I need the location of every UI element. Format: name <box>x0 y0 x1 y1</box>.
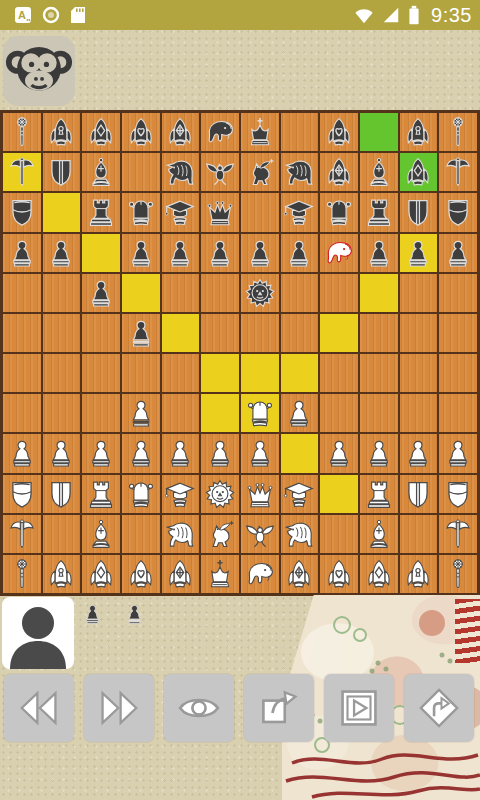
eye-button[interactable] <box>164 674 234 742</box>
piece-black-copper-icon <box>84 115 118 149</box>
piece-white-dragonhorse-icon <box>124 477 158 511</box>
square-r11c12[interactable] <box>438 514 478 554</box>
square-r6c1[interactable] <box>2 313 42 353</box>
square-r10c12[interactable] <box>438 474 478 514</box>
square-r9c9[interactable] <box>319 433 359 473</box>
square-r11c11[interactable] <box>399 514 439 554</box>
square-r1c4[interactable] <box>121 112 161 152</box>
square-r11c8[interactable] <box>280 514 320 554</box>
square-r5c4[interactable] <box>121 273 161 313</box>
square-r6c4[interactable] <box>121 313 161 353</box>
piece-black-bishop-icon <box>362 155 396 189</box>
piece-black-king-icon <box>243 115 277 149</box>
piece-white-bishop-icon <box>84 517 118 551</box>
piece-black-leopard-icon <box>44 115 78 149</box>
piece-white-leopard-icon <box>401 557 435 591</box>
square-r10c10[interactable] <box>359 474 399 514</box>
square-r12c8[interactable] <box>280 554 320 594</box>
square-r1c3[interactable] <box>81 112 121 152</box>
square-r8c1[interactable] <box>2 393 42 433</box>
square-r10c1[interactable] <box>2 474 42 514</box>
captured-pieces-tray <box>80 599 147 629</box>
piece-white-silver-icon <box>124 557 158 591</box>
piece-black-leopard-icon <box>401 115 435 149</box>
square-r12c2[interactable] <box>42 554 82 594</box>
piece-white-copper-icon <box>362 557 396 591</box>
piece-black-tiger-icon <box>163 155 197 189</box>
square-r2c9[interactable] <box>319 152 359 192</box>
square-r5c2[interactable] <box>42 273 82 313</box>
piece-black-gobetween-icon <box>124 316 158 350</box>
square-r7c8[interactable] <box>280 353 320 393</box>
square-r2c6[interactable] <box>200 152 240 192</box>
piece-white-rook-icon <box>362 477 396 511</box>
square-r11c4[interactable] <box>121 514 161 554</box>
monkey-icon <box>3 36 75 106</box>
export-icon <box>256 685 302 731</box>
square-r7c2[interactable] <box>42 353 82 393</box>
square-r7c10[interactable] <box>359 353 399 393</box>
square-r12c1[interactable] <box>2 554 42 594</box>
piece-black-silver-icon <box>322 115 356 149</box>
square-r2c10[interactable] <box>359 152 399 192</box>
piece-white-chariot-icon <box>441 517 475 551</box>
square-r6c9[interactable] <box>319 313 359 353</box>
piece-white-pawn-icon <box>84 436 118 470</box>
piece-white-pawn-icon <box>5 436 39 470</box>
square-r9c11[interactable] <box>399 433 439 473</box>
square-r6c12[interactable] <box>438 313 478 353</box>
square-r8c3[interactable] <box>81 393 121 433</box>
fast-forward-icon <box>96 685 142 731</box>
square-r7c6[interactable] <box>200 353 240 393</box>
square-r5c5[interactable] <box>161 273 201 313</box>
piece-black-rook-icon <box>84 195 118 229</box>
piece-black-pawn-icon <box>124 236 158 270</box>
square-r12c9[interactable] <box>319 554 359 594</box>
square-r5c7[interactable] <box>240 273 280 313</box>
square-r12c3[interactable] <box>81 554 121 594</box>
square-r4c5[interactable] <box>161 233 201 273</box>
square-r8c6[interactable] <box>200 393 240 433</box>
play-box-icon <box>336 685 382 731</box>
piece-white-gobetween-icon <box>124 396 158 430</box>
square-r5c12[interactable] <box>438 273 478 313</box>
square-r2c8[interactable] <box>280 152 320 192</box>
square-r5c8[interactable] <box>280 273 320 313</box>
square-r6c7[interactable] <box>240 313 280 353</box>
square-r9c3[interactable] <box>81 433 121 473</box>
rewind-icon <box>16 685 62 731</box>
piece-white-pawn-icon <box>282 396 316 430</box>
piece-white-pawn-icon <box>322 436 356 470</box>
piece-white-tiger-icon <box>282 517 316 551</box>
square-r10c6[interactable] <box>200 474 240 514</box>
piece-black-pawn-icon <box>84 276 118 310</box>
piece-black-vertmover-icon <box>44 155 78 189</box>
piece-white-pawn-icon <box>362 436 396 470</box>
square-r8c8[interactable] <box>280 393 320 433</box>
square-r11c5[interactable] <box>161 514 201 554</box>
square-r1c11[interactable] <box>399 112 439 152</box>
square-r4c11[interactable] <box>399 233 439 273</box>
piece-white-pawn-icon <box>163 436 197 470</box>
piece-white-queen-icon <box>243 477 277 511</box>
sd-card-icon <box>70 6 86 24</box>
toolbar <box>0 674 480 742</box>
piece-black-gold-icon <box>322 155 356 189</box>
square-r3c3[interactable] <box>81 192 121 232</box>
piece-white-pawn-icon <box>401 436 435 470</box>
piece-white-rook-icon <box>84 477 118 511</box>
square-r4c3[interactable] <box>81 233 121 273</box>
square-r4c12[interactable] <box>438 233 478 273</box>
square-r12c7[interactable] <box>240 554 280 594</box>
square-r3c9[interactable] <box>319 192 359 232</box>
piece-white-elephant-promoted-icon <box>322 236 356 270</box>
piece-black-vertmover-icon <box>401 195 435 229</box>
square-r1c9[interactable] <box>319 112 359 152</box>
square-r4c2[interactable] <box>42 233 82 273</box>
battery-icon <box>407 4 421 26</box>
square-r1c7[interactable] <box>240 112 280 152</box>
piece-black-gold-icon <box>163 115 197 149</box>
svg-text:A: A <box>18 9 26 21</box>
square-r4c6[interactable] <box>200 233 240 273</box>
piece-white-gold-icon <box>282 557 316 591</box>
piece-black-dragonhorse-icon <box>124 195 158 229</box>
square-r5c6[interactable] <box>200 273 240 313</box>
piece-black-queen-icon <box>203 195 237 229</box>
piece-white-vertmover-icon <box>44 477 78 511</box>
square-r3c2[interactable] <box>42 192 82 232</box>
variation-button[interactable] <box>404 674 474 742</box>
piece-white-tiger-icon <box>163 517 197 551</box>
square-r6c5[interactable] <box>161 313 201 353</box>
square-r6c6[interactable] <box>200 313 240 353</box>
square-r1c12[interactable] <box>438 112 478 152</box>
cell-signal-icon <box>381 5 401 25</box>
piece-white-pawn-icon <box>44 436 78 470</box>
square-r7c5[interactable] <box>161 353 201 393</box>
piece-white-sidemover-icon <box>5 477 39 511</box>
piece-black-dragonhorse-icon <box>322 195 356 229</box>
square-r6c3[interactable] <box>81 313 121 353</box>
square-r11c10[interactable] <box>359 514 399 554</box>
piece-white-bishop-icon <box>362 517 396 551</box>
square-r3c7[interactable] <box>240 192 280 232</box>
square-r9c10[interactable] <box>359 433 399 473</box>
piece-white-king-icon <box>203 557 237 591</box>
piece-black-pawn-icon <box>5 236 39 270</box>
record-circle-icon <box>42 6 60 24</box>
square-r11c3[interactable] <box>81 514 121 554</box>
square-r12c11[interactable] <box>399 554 439 594</box>
piece-black-sidemover-icon <box>5 195 39 229</box>
piece-black-lion-icon <box>243 276 277 310</box>
square-r3c6[interactable] <box>200 192 240 232</box>
square-r10c9[interactable] <box>319 474 359 514</box>
piece-white-dragonhorse-icon <box>243 396 277 430</box>
piece-black-lance-icon <box>441 115 475 149</box>
square-r8c7[interactable] <box>240 393 280 433</box>
piece-white-chariot-icon <box>5 517 39 551</box>
piece-white-pawn-icon <box>203 436 237 470</box>
square-r11c1[interactable] <box>2 514 42 554</box>
piece-white-sidemover-icon <box>441 477 475 511</box>
square-r8c5[interactable] <box>161 393 201 433</box>
square-r2c12[interactable] <box>438 152 478 192</box>
piece-black-kirin-icon <box>243 155 277 189</box>
square-r3c10[interactable] <box>359 192 399 232</box>
square-r11c9[interactable] <box>319 514 359 554</box>
wifi-icon <box>353 5 375 25</box>
square-r5c11[interactable] <box>399 273 439 313</box>
piece-black-chariot-icon <box>441 155 475 189</box>
piece-black-bishop-icon <box>84 155 118 189</box>
square-r1c8[interactable] <box>280 112 320 152</box>
square-r2c7[interactable] <box>240 152 280 192</box>
square-r3c11[interactable] <box>399 192 439 232</box>
piece-black-pawn-icon <box>44 236 78 270</box>
square-r4c8[interactable] <box>280 233 320 273</box>
piece-white-lance-icon <box>5 557 39 591</box>
piece-black-silver-icon <box>124 115 158 149</box>
piece-black-tiger-icon <box>282 155 316 189</box>
piece-white-elephant-icon <box>243 557 277 591</box>
piece-white-lion-icon <box>203 477 237 511</box>
square-r2c1[interactable] <box>2 152 42 192</box>
square-r4c9[interactable] <box>319 233 359 273</box>
square-r2c3[interactable] <box>81 152 121 192</box>
piece-black-pawn-icon <box>282 236 316 270</box>
piece-black-pawn-icon <box>163 236 197 270</box>
square-r2c2[interactable] <box>42 152 82 192</box>
square-r9c6[interactable] <box>200 433 240 473</box>
square-r6c10[interactable] <box>359 313 399 353</box>
rewind-button[interactable] <box>4 674 74 742</box>
piece-black-elephant-icon <box>203 115 237 149</box>
square-r12c10[interactable] <box>359 554 399 594</box>
square-r4c7[interactable] <box>240 233 280 273</box>
piece-white-gold-icon <box>163 557 197 591</box>
square-r11c6[interactable] <box>200 514 240 554</box>
piece-black-dragonking-icon <box>282 195 316 229</box>
piece-white-pawn-icon <box>441 436 475 470</box>
square-r1c10[interactable] <box>359 112 399 152</box>
captured-piece[interactable] <box>122 599 147 629</box>
piece-white-dragonking-icon <box>282 477 316 511</box>
square-r7c4[interactable] <box>121 353 161 393</box>
piece-black-dragonking-icon <box>163 195 197 229</box>
square-r5c9[interactable] <box>319 273 359 313</box>
square-r12c5[interactable] <box>161 554 201 594</box>
square-r6c8[interactable] <box>280 313 320 353</box>
piece-black-pawn-icon <box>362 236 396 270</box>
square-r3c8[interactable] <box>280 192 320 232</box>
piece-black-pawn-icon <box>80 599 105 629</box>
piece-black-gobetween-icon <box>122 599 147 629</box>
app-logo[interactable] <box>3 36 75 106</box>
square-r11c2[interactable] <box>42 514 82 554</box>
square-r9c2[interactable] <box>42 433 82 473</box>
square-r12c4[interactable] <box>121 554 161 594</box>
piece-black-chariot-icon <box>5 155 39 189</box>
eye-icon <box>176 685 222 731</box>
piece-black-pawn-icon <box>441 236 475 270</box>
player-avatar[interactable] <box>2 597 74 669</box>
square-r9c4[interactable] <box>121 433 161 473</box>
square-r4c4[interactable] <box>121 233 161 273</box>
square-r9c8[interactable] <box>280 433 320 473</box>
square-r4c1[interactable] <box>2 233 42 273</box>
square-r2c5[interactable] <box>161 152 201 192</box>
square-r10c3[interactable] <box>81 474 121 514</box>
square-r3c12[interactable] <box>438 192 478 232</box>
export-button[interactable] <box>244 674 314 742</box>
piece-white-silver-icon <box>322 557 356 591</box>
square-r3c4[interactable] <box>121 192 161 232</box>
status-bar: A 9:35 <box>0 0 480 30</box>
square-r7c7[interactable] <box>240 353 280 393</box>
square-r7c9[interactable] <box>319 353 359 393</box>
play-button[interactable] <box>324 674 394 742</box>
square-r7c3[interactable] <box>81 353 121 393</box>
piece-white-dragonking-icon <box>163 477 197 511</box>
square-r9c7[interactable] <box>240 433 280 473</box>
clock-time: 9:35 <box>431 4 472 27</box>
square-r9c5[interactable] <box>161 433 201 473</box>
square-r6c2[interactable] <box>42 313 82 353</box>
piece-black-pawn-icon <box>203 236 237 270</box>
square-r8c12[interactable] <box>438 393 478 433</box>
striped-fabric <box>455 599 480 663</box>
piece-white-phoenix-icon <box>243 517 277 551</box>
turn-right-diamond-icon <box>416 685 462 731</box>
square-r10c7[interactable] <box>240 474 280 514</box>
square-r10c2[interactable] <box>42 474 82 514</box>
square-r1c5[interactable] <box>161 112 201 152</box>
piece-black-phoenix-icon <box>203 155 237 189</box>
square-r10c8[interactable] <box>280 474 320 514</box>
square-r5c3[interactable] <box>81 273 121 313</box>
piece-black-pawn-icon <box>243 236 277 270</box>
square-r8c4[interactable] <box>121 393 161 433</box>
piece-white-lance-icon <box>441 557 475 591</box>
a-badge-icon: A <box>14 6 32 24</box>
piece-black-pawn-icon <box>401 236 435 270</box>
fast-forward-button[interactable] <box>84 674 154 742</box>
square-r5c1[interactable] <box>2 273 42 313</box>
piece-black-copper-icon <box>401 155 435 189</box>
square-r10c11[interactable] <box>399 474 439 514</box>
square-r11c7[interactable] <box>240 514 280 554</box>
square-r6c11[interactable] <box>399 313 439 353</box>
square-r4c10[interactable] <box>359 233 399 273</box>
square-r12c6[interactable] <box>200 554 240 594</box>
square-r1c1[interactable] <box>2 112 42 152</box>
square-r8c10[interactable] <box>359 393 399 433</box>
piece-white-copper-icon <box>84 557 118 591</box>
square-r10c5[interactable] <box>161 474 201 514</box>
captured-piece[interactable] <box>80 599 105 629</box>
square-r7c12[interactable] <box>438 353 478 393</box>
board <box>0 110 480 596</box>
piece-white-vertmover-icon <box>401 477 435 511</box>
piece-black-lance-icon <box>5 115 39 149</box>
piece-black-sidemover-icon <box>441 195 475 229</box>
square-r2c11[interactable] <box>399 152 439 192</box>
square-r9c1[interactable] <box>2 433 42 473</box>
square-r2c4[interactable] <box>121 152 161 192</box>
square-r1c6[interactable] <box>200 112 240 152</box>
square-r3c5[interactable] <box>161 192 201 232</box>
piece-black-rook-icon <box>362 195 396 229</box>
piece-white-leopard-icon <box>44 557 78 591</box>
square-r10c4[interactable] <box>121 474 161 514</box>
square-r3c1[interactable] <box>2 192 42 232</box>
square-r5c10[interactable] <box>359 273 399 313</box>
square-r7c1[interactable] <box>2 353 42 393</box>
piece-white-pawn-icon <box>124 436 158 470</box>
person-silhouette-icon <box>2 597 74 669</box>
square-r8c9[interactable] <box>319 393 359 433</box>
square-r8c2[interactable] <box>42 393 82 433</box>
square-r7c11[interactable] <box>399 353 439 393</box>
piece-white-pawn-icon <box>243 436 277 470</box>
square-r8c11[interactable] <box>399 393 439 433</box>
square-r12c12[interactable] <box>438 554 478 594</box>
piece-white-kirin-icon <box>203 517 237 551</box>
square-r1c2[interactable] <box>42 112 82 152</box>
square-r9c12[interactable] <box>438 433 478 473</box>
